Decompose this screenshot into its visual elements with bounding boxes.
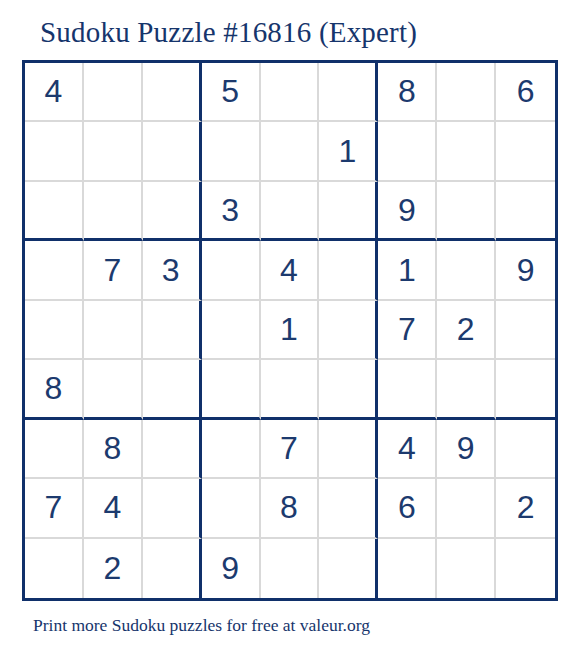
sudoku-cell-r1c7: 8: [378, 63, 437, 122]
sudoku-cell-r7c4: [202, 420, 261, 479]
sudoku-cell-r4c8: [437, 241, 496, 300]
sudoku-cell-r7c3: [143, 420, 202, 479]
sudoku-cell-r1c9: 6: [496, 63, 555, 122]
sudoku-cell-r6c4: [202, 360, 261, 419]
sudoku-cell-r4c3: 3: [143, 241, 202, 300]
sudoku-cell-r7c1: [25, 420, 84, 479]
sudoku-cell-r8c8: [437, 479, 496, 538]
sudoku-cell-r5c2: [84, 301, 143, 360]
sudoku-cell-r4c6: [319, 241, 378, 300]
sudoku-cell-r2c6: 1: [319, 122, 378, 181]
sudoku-cell-r8c5: 8: [261, 479, 320, 538]
sudoku-cell-r4c9: 9: [496, 241, 555, 300]
sudoku-cell-r7c7: 4: [378, 420, 437, 479]
sudoku-cell-r8c9: 2: [496, 479, 555, 538]
sudoku-cell-r8c6: [319, 479, 378, 538]
sudoku-cell-r1c8: [437, 63, 496, 122]
sudoku-cell-r2c4: [202, 122, 261, 181]
sudoku-cell-r2c1: [25, 122, 84, 181]
sudoku-cell-r5c4: [202, 301, 261, 360]
sudoku-cell-r8c7: 6: [378, 479, 437, 538]
sudoku-cell-r7c5: 7: [261, 420, 320, 479]
sudoku-cell-r1c1: 4: [25, 63, 84, 122]
sudoku-cell-r6c2: [84, 360, 143, 419]
sudoku-cell-r9c8: [437, 539, 496, 598]
sudoku-cell-r6c3: [143, 360, 202, 419]
sudoku-cell-r4c2: 7: [84, 241, 143, 300]
sudoku-cell-r5c5: 1: [261, 301, 320, 360]
sudoku-cell-r2c5: [261, 122, 320, 181]
sudoku-cell-r5c3: [143, 301, 202, 360]
sudoku-cell-r2c9: [496, 122, 555, 181]
sudoku-cell-r9c3: [143, 539, 202, 598]
sudoku-cell-r1c2: [84, 63, 143, 122]
sudoku-cell-r8c3: [143, 479, 202, 538]
sudoku-cell-r4c1: [25, 241, 84, 300]
sudoku-cell-r4c4: [202, 241, 261, 300]
sudoku-cell-r7c6: [319, 420, 378, 479]
sudoku-cell-r6c9: [496, 360, 555, 419]
sudoku-cell-r8c2: 4: [84, 479, 143, 538]
sudoku-cell-r6c6: [319, 360, 378, 419]
sudoku-cell-r5c7: 7: [378, 301, 437, 360]
sudoku-cell-r3c2: [84, 182, 143, 241]
sudoku-cell-r5c9: [496, 301, 555, 360]
sudoku-cell-r7c9: [496, 420, 555, 479]
sudoku-cell-r2c8: [437, 122, 496, 181]
sudoku-cell-r9c5: [261, 539, 320, 598]
sudoku-cell-r5c8: 2: [437, 301, 496, 360]
sudoku-cell-r5c6: [319, 301, 378, 360]
sudoku-cell-r6c7: [378, 360, 437, 419]
sudoku-board: 458613973419172887497486229: [22, 60, 558, 601]
sudoku-cell-r6c8: [437, 360, 496, 419]
sudoku-cell-r3c3: [143, 182, 202, 241]
sudoku-cell-r3c8: [437, 182, 496, 241]
sudoku-cell-r9c6: [319, 539, 378, 598]
page-title: Sudoku Puzzle #16816 (Expert): [40, 16, 417, 49]
sudoku-cell-r6c5: [261, 360, 320, 419]
sudoku-cell-r9c7: [378, 539, 437, 598]
sudoku-cell-r3c6: [319, 182, 378, 241]
sudoku-cell-r4c5: 4: [261, 241, 320, 300]
sudoku-cell-r9c2: 2: [84, 539, 143, 598]
sudoku-cell-r7c2: 8: [84, 420, 143, 479]
sudoku-cell-r8c4: [202, 479, 261, 538]
sudoku-cell-r9c9: [496, 539, 555, 598]
sudoku-cell-r5c1: [25, 301, 84, 360]
sudoku-cell-r2c7: [378, 122, 437, 181]
sudoku-cell-r8c1: 7: [25, 479, 84, 538]
sudoku-cell-r1c3: [143, 63, 202, 122]
sudoku-cell-r4c7: 1: [378, 241, 437, 300]
sudoku-cell-r1c5: [261, 63, 320, 122]
sudoku-cell-r3c1: [25, 182, 84, 241]
sudoku-cell-r9c1: [25, 539, 84, 598]
sudoku-cell-r1c4: 5: [202, 63, 261, 122]
sudoku-cell-r3c5: [261, 182, 320, 241]
footer-text: Print more Sudoku puzzles for free at va…: [33, 615, 370, 636]
sudoku-cell-r2c2: [84, 122, 143, 181]
sudoku-cell-r1c6: [319, 63, 378, 122]
sudoku-cell-r3c9: [496, 182, 555, 241]
sudoku-cell-r2c3: [143, 122, 202, 181]
sudoku-cell-r3c7: 9: [378, 182, 437, 241]
sudoku-cell-r6c1: 8: [25, 360, 84, 419]
page: Sudoku Puzzle #16816 (Expert) 4586139734…: [0, 0, 580, 651]
sudoku-cell-r3c4: 3: [202, 182, 261, 241]
sudoku-cell-r9c4: 9: [202, 539, 261, 598]
sudoku-cell-r7c8: 9: [437, 420, 496, 479]
